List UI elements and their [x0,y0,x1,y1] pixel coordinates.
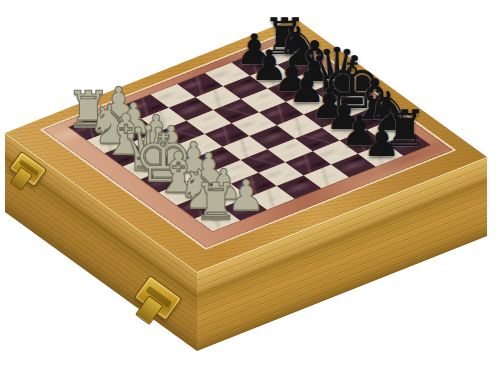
product-photo-stage: ♜♟♞♟♝♟♛♟♚♟♟♝♜♟♞♟♞♟♟♜♝♟♟♛♟♚♟♝♟♞♟♜ [0,0,500,373]
